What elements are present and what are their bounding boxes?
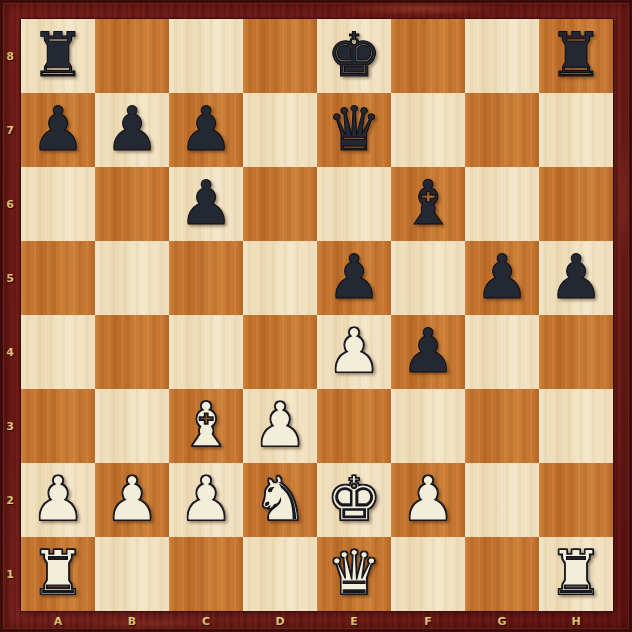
square-g5[interactable]: ♟	[465, 241, 539, 315]
square-a4[interactable]	[21, 315, 95, 389]
black-pawn[interactable]: ♟	[21, 93, 95, 167]
file-label-c: C	[169, 612, 243, 631]
square-g3[interactable]	[465, 389, 539, 463]
black-pawn[interactable]: ♟	[539, 241, 613, 315]
white-pawn[interactable]: ♟	[317, 315, 391, 389]
rank-label-3: 3	[0, 389, 20, 463]
square-d8[interactable]	[243, 19, 317, 93]
square-e5[interactable]: ♟	[317, 241, 391, 315]
square-f7[interactable]	[391, 93, 465, 167]
square-b1[interactable]	[95, 537, 169, 611]
square-c4[interactable]	[169, 315, 243, 389]
file-label-d: D	[243, 612, 317, 631]
black-king[interactable]: ♚	[317, 19, 391, 93]
square-d2[interactable]: ♞	[243, 463, 317, 537]
square-e6[interactable]	[317, 167, 391, 241]
square-a3[interactable]	[21, 389, 95, 463]
black-pawn[interactable]: ♟	[317, 241, 391, 315]
black-queen[interactable]: ♛	[317, 93, 391, 167]
black-pawn[interactable]: ♟	[465, 241, 539, 315]
white-bishop[interactable]: ♝	[169, 389, 243, 463]
square-g2[interactable]	[465, 463, 539, 537]
file-label-h: H	[539, 612, 613, 631]
square-d3[interactable]: ♟	[243, 389, 317, 463]
chess-board-frame: 87654321 ♜♚♜♟♟♟♛♟♝♟♟♟♟♟♝♟♟♟♟♞♚♟♜♛♜ ABCDE…	[0, 0, 632, 632]
square-e3[interactable]	[317, 389, 391, 463]
rank-label-6: 6	[0, 167, 20, 241]
square-e4[interactable]: ♟	[317, 315, 391, 389]
rank-label-5: 5	[0, 241, 20, 315]
file-label-a: A	[21, 612, 95, 631]
file-label-b: B	[95, 612, 169, 631]
square-a8[interactable]: ♜	[21, 19, 95, 93]
file-coordinates: ABCDEFGH	[21, 612, 613, 631]
black-pawn[interactable]: ♟	[391, 315, 465, 389]
white-queen[interactable]: ♛	[317, 537, 391, 611]
square-a1[interactable]: ♜	[21, 537, 95, 611]
white-knight[interactable]: ♞	[243, 463, 317, 537]
square-e2[interactable]: ♚	[317, 463, 391, 537]
file-label-e: E	[317, 612, 391, 631]
square-d7[interactable]	[243, 93, 317, 167]
square-d4[interactable]	[243, 315, 317, 389]
square-c8[interactable]	[169, 19, 243, 93]
square-c1[interactable]	[169, 537, 243, 611]
rank-label-2: 2	[0, 463, 20, 537]
square-e7[interactable]: ♛	[317, 93, 391, 167]
square-f8[interactable]	[391, 19, 465, 93]
square-h6[interactable]	[539, 167, 613, 241]
white-pawn[interactable]: ♟	[21, 463, 95, 537]
square-a7[interactable]: ♟	[21, 93, 95, 167]
square-c7[interactable]: ♟	[169, 93, 243, 167]
rank-label-8: 8	[0, 19, 20, 93]
black-pawn[interactable]: ♟	[169, 167, 243, 241]
white-king[interactable]: ♚	[317, 463, 391, 537]
rank-label-4: 4	[0, 315, 20, 389]
square-a5[interactable]	[21, 241, 95, 315]
black-pawn[interactable]: ♟	[95, 93, 169, 167]
square-c2[interactable]: ♟	[169, 463, 243, 537]
square-h2[interactable]	[539, 463, 613, 537]
square-b6[interactable]	[95, 167, 169, 241]
square-g4[interactable]	[465, 315, 539, 389]
file-label-g: G	[465, 612, 539, 631]
square-g6[interactable]	[465, 167, 539, 241]
square-h4[interactable]	[539, 315, 613, 389]
square-f2[interactable]: ♟	[391, 463, 465, 537]
square-f4[interactable]: ♟	[391, 315, 465, 389]
square-f5[interactable]	[391, 241, 465, 315]
square-f3[interactable]	[391, 389, 465, 463]
square-e1[interactable]: ♛	[317, 537, 391, 611]
square-c6[interactable]: ♟	[169, 167, 243, 241]
black-pawn[interactable]: ♟	[169, 93, 243, 167]
square-b8[interactable]	[95, 19, 169, 93]
square-d1[interactable]	[243, 537, 317, 611]
square-g7[interactable]	[465, 93, 539, 167]
chess-board: ♜♚♜♟♟♟♛♟♝♟♟♟♟♟♝♟♟♟♟♞♚♟♜♛♜	[21, 19, 613, 611]
square-f6[interactable]: ♝	[391, 167, 465, 241]
square-a2[interactable]: ♟	[21, 463, 95, 537]
square-b2[interactable]: ♟	[95, 463, 169, 537]
black-rook[interactable]: ♜	[21, 19, 95, 93]
square-d6[interactable]	[243, 167, 317, 241]
square-a6[interactable]	[21, 167, 95, 241]
white-pawn[interactable]: ♟	[243, 389, 317, 463]
square-g1[interactable]	[465, 537, 539, 611]
square-h5[interactable]: ♟	[539, 241, 613, 315]
white-pawn[interactable]: ♟	[169, 463, 243, 537]
rank-label-7: 7	[0, 93, 20, 167]
square-h1[interactable]: ♜	[539, 537, 613, 611]
white-rook[interactable]: ♜	[21, 537, 95, 611]
black-rook[interactable]: ♜	[539, 19, 613, 93]
square-f1[interactable]	[391, 537, 465, 611]
square-b7[interactable]: ♟	[95, 93, 169, 167]
white-pawn[interactable]: ♟	[391, 463, 465, 537]
square-h3[interactable]	[539, 389, 613, 463]
square-b5[interactable]	[95, 241, 169, 315]
square-g8[interactable]	[465, 19, 539, 93]
square-c3[interactable]: ♝	[169, 389, 243, 463]
white-pawn[interactable]: ♟	[95, 463, 169, 537]
square-h7[interactable]	[539, 93, 613, 167]
square-c5[interactable]	[169, 241, 243, 315]
black-bishop[interactable]: ♝	[391, 167, 465, 241]
square-b3[interactable]	[95, 389, 169, 463]
square-h8[interactable]: ♜	[539, 19, 613, 93]
rank-label-1: 1	[0, 537, 20, 611]
square-d5[interactable]	[243, 241, 317, 315]
white-rook[interactable]: ♜	[539, 537, 613, 611]
rank-coordinates: 87654321	[0, 19, 20, 611]
file-label-f: F	[391, 612, 465, 631]
square-b4[interactable]	[95, 315, 169, 389]
square-e8[interactable]: ♚	[317, 19, 391, 93]
